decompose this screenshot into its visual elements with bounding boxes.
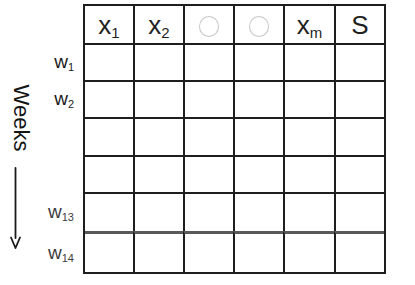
- grid-cell: [85, 231, 133, 272]
- placeholder-circle-icon: [249, 16, 269, 37]
- grid-cell: [85, 80, 133, 117]
- grid-cell: [233, 117, 283, 155]
- grid-cell: [183, 117, 233, 155]
- grid-cell: [183, 192, 233, 231]
- grid-cell: [233, 155, 283, 192]
- column-header-xm: xm: [283, 6, 334, 43]
- column-header-s: S: [334, 6, 384, 43]
- diagram-canvas: Weeks w1 w2 w13 w14 x1 x2 xm S: [0, 0, 415, 285]
- column-header-x2: x2: [133, 6, 183, 43]
- grid-cell: [283, 117, 334, 155]
- column-header-ellipsis-2: [233, 6, 283, 43]
- row-label-w14: w14: [0, 231, 79, 274]
- grid-cell: [283, 80, 334, 117]
- grid-cell: [133, 155, 183, 192]
- row-label-w1: w1: [0, 43, 79, 80]
- grid-cell: [133, 192, 183, 231]
- grid-cell: [233, 231, 283, 272]
- placeholder-circle-icon: [199, 16, 219, 37]
- grid-cell: [334, 231, 384, 272]
- grid-cell: [85, 155, 133, 192]
- grid-cell: [85, 192, 133, 231]
- column-header-ellipsis-1: [183, 6, 233, 43]
- row-label-w13: w13: [0, 192, 79, 231]
- grid-cell: [183, 80, 233, 117]
- grid-cell: [283, 43, 334, 80]
- row-label-w2: w2: [0, 80, 79, 117]
- grid-cell: [334, 43, 384, 80]
- grid-cell: [233, 43, 283, 80]
- grid-cell: [85, 117, 133, 155]
- grid-cell: [334, 192, 384, 231]
- grid-cell: [183, 43, 233, 80]
- grid-cell: [334, 155, 384, 192]
- grid-cell: [133, 43, 183, 80]
- grid-cell: [133, 117, 183, 155]
- grid-cell: [85, 43, 133, 80]
- grid-cell: [334, 80, 384, 117]
- grid-cell: [183, 155, 233, 192]
- grid-cell: [283, 231, 334, 272]
- column-header-x1: x1: [85, 6, 133, 43]
- grid-cell: [334, 117, 384, 155]
- matrix-grid: x1 x2 xm S: [83, 4, 386, 274]
- grid-cell: [283, 192, 334, 231]
- grid-cell: [183, 231, 233, 272]
- grid-cell: [133, 231, 183, 272]
- grid-cell: [233, 192, 283, 231]
- grid-cell: [133, 80, 183, 117]
- grid-cell: [283, 155, 334, 192]
- grid-cell: [233, 80, 283, 117]
